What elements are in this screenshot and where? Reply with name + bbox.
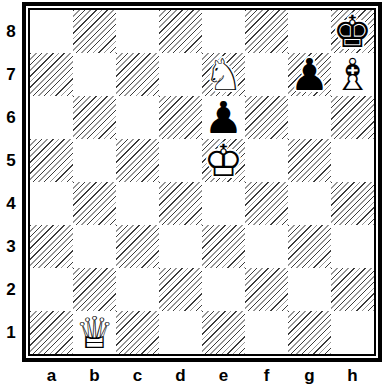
square-c6[interactable] — [116, 96, 159, 139]
black-pawn-e6[interactable]: ♟ — [202, 96, 245, 139]
white-piece-outline-glyph: ♗ — [331, 53, 374, 97]
square-c3[interactable] — [116, 225, 159, 268]
rank-label-1: 1 — [6, 323, 15, 343]
file-label-b: b — [89, 366, 99, 386]
black-piece-glyph: ♚ — [331, 10, 374, 54]
white-piece-fill-glyph: ♛ — [73, 311, 116, 355]
square-h5[interactable] — [331, 139, 374, 182]
white-piece-fill-glyph: ♝ — [331, 53, 374, 97]
square-f4[interactable] — [245, 182, 288, 225]
rank-label-7: 7 — [6, 65, 15, 85]
file-label-d: d — [175, 366, 185, 386]
square-b4[interactable] — [73, 182, 116, 225]
square-d8[interactable] — [159, 10, 202, 53]
square-c2[interactable] — [116, 268, 159, 311]
file-labels: abcdefgh — [22, 362, 382, 389]
square-b2[interactable] — [73, 268, 116, 311]
square-h2[interactable] — [331, 268, 374, 311]
square-e6[interactable]: ♟ — [202, 96, 245, 139]
black-pawn-g7[interactable]: ♟ — [288, 53, 331, 96]
square-g8[interactable] — [288, 10, 331, 53]
square-e1[interactable] — [202, 311, 245, 354]
square-g5[interactable] — [288, 139, 331, 182]
square-h3[interactable] — [331, 225, 374, 268]
chess-board-inner-border: ♚♞♘♟♝♗♟♚♔♛♕ — [28, 8, 376, 356]
file-label-h: h — [347, 366, 357, 386]
square-a8[interactable] — [30, 10, 73, 53]
square-c4[interactable] — [116, 182, 159, 225]
square-a2[interactable] — [30, 268, 73, 311]
square-f2[interactable] — [245, 268, 288, 311]
square-b8[interactable] — [73, 10, 116, 53]
rank-label-2: 2 — [6, 280, 15, 300]
square-d4[interactable] — [159, 182, 202, 225]
file-label-f: f — [264, 366, 270, 386]
square-g4[interactable] — [288, 182, 331, 225]
square-a3[interactable] — [30, 225, 73, 268]
square-b5[interactable] — [73, 139, 116, 182]
square-f8[interactable] — [245, 10, 288, 53]
square-b7[interactable] — [73, 53, 116, 96]
square-c8[interactable] — [116, 10, 159, 53]
rank-label-8: 8 — [6, 22, 15, 42]
square-a1[interactable] — [30, 311, 73, 354]
square-a7[interactable] — [30, 53, 73, 96]
square-g6[interactable] — [288, 96, 331, 139]
chess-board-frame: ♚♞♘♟♝♗♟♚♔♛♕ — [22, 2, 382, 362]
square-g1[interactable] — [288, 311, 331, 354]
square-h1[interactable] — [331, 311, 374, 354]
square-c5[interactable] — [116, 139, 159, 182]
square-f6[interactable] — [245, 96, 288, 139]
square-g7[interactable]: ♟ — [288, 53, 331, 96]
square-c1[interactable] — [116, 311, 159, 354]
white-piece-fill-glyph: ♞ — [202, 53, 245, 97]
white-bishop-h7[interactable]: ♝♗ — [331, 53, 374, 96]
file-label-g: g — [304, 366, 314, 386]
square-h7[interactable]: ♝♗ — [331, 53, 374, 96]
square-g2[interactable] — [288, 268, 331, 311]
square-b6[interactable] — [73, 96, 116, 139]
file-label-c: c — [133, 366, 142, 386]
rank-label-5: 5 — [6, 151, 15, 171]
square-f1[interactable] — [245, 311, 288, 354]
white-queen-b1[interactable]: ♛♕ — [73, 311, 116, 354]
rank-label-3: 3 — [6, 237, 15, 257]
square-f7[interactable] — [245, 53, 288, 96]
square-d7[interactable] — [159, 53, 202, 96]
square-d5[interactable] — [159, 139, 202, 182]
white-piece-outline-glyph: ♘ — [202, 53, 245, 97]
square-e3[interactable] — [202, 225, 245, 268]
chess-diagram: 87654321 ♚♞♘♟♝♗♟♚♔♛♕ abcdefgh — [0, 0, 384, 389]
square-e8[interactable] — [202, 10, 245, 53]
square-b3[interactable] — [73, 225, 116, 268]
file-label-a: a — [47, 366, 56, 386]
black-king-h8[interactable]: ♚ — [331, 10, 374, 53]
rank-label-4: 4 — [6, 194, 15, 214]
black-piece-glyph: ♟ — [288, 53, 331, 97]
square-a6[interactable] — [30, 96, 73, 139]
square-e7[interactable]: ♞♘ — [202, 53, 245, 96]
chess-board: ♚♞♘♟♝♗♟♚♔♛♕ — [30, 10, 374, 354]
white-knight-e7[interactable]: ♞♘ — [202, 53, 245, 96]
square-h6[interactable] — [331, 96, 374, 139]
square-a5[interactable] — [30, 139, 73, 182]
white-piece-outline-glyph: ♔ — [202, 139, 245, 183]
square-d6[interactable] — [159, 96, 202, 139]
rank-labels: 87654321 — [0, 2, 22, 362]
rank-label-6: 6 — [6, 108, 15, 128]
square-h8[interactable]: ♚ — [331, 10, 374, 53]
square-d1[interactable] — [159, 311, 202, 354]
square-f5[interactable] — [245, 139, 288, 182]
square-a4[interactable] — [30, 182, 73, 225]
square-e4[interactable] — [202, 182, 245, 225]
square-e5[interactable]: ♚♔ — [202, 139, 245, 182]
square-d2[interactable] — [159, 268, 202, 311]
square-c7[interactable] — [116, 53, 159, 96]
black-piece-glyph: ♟ — [202, 96, 245, 140]
square-h4[interactable] — [331, 182, 374, 225]
square-e2[interactable] — [202, 268, 245, 311]
file-label-e: e — [219, 366, 228, 386]
square-f3[interactable] — [245, 225, 288, 268]
white-piece-fill-glyph: ♚ — [202, 139, 245, 183]
white-piece-outline-glyph: ♕ — [73, 311, 116, 355]
square-g3[interactable] — [288, 225, 331, 268]
square-b1[interactable]: ♛♕ — [73, 311, 116, 354]
white-king-e5[interactable]: ♚♔ — [202, 139, 245, 182]
square-d3[interactable] — [159, 225, 202, 268]
